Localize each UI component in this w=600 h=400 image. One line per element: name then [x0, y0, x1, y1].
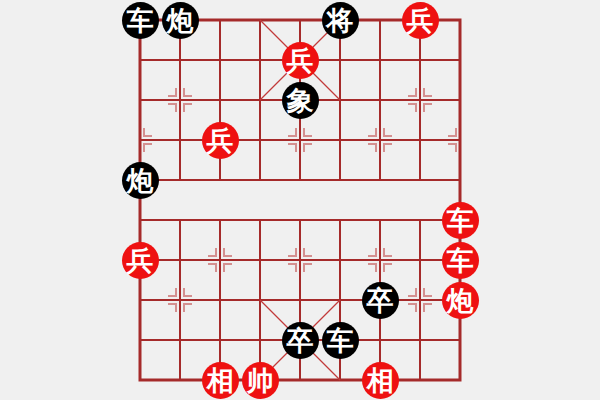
piece-red-general[interactable]: 帅 [242, 362, 279, 399]
piece-red-cannon[interactable]: 炮 [442, 282, 479, 319]
piece-black-elephant[interactable]: 象 [282, 82, 319, 119]
xiangqi-board: 车炮将兵兵象兵炮车兵车卒炮卒车相帅相 [0, 0, 600, 400]
piece-black-soldier[interactable]: 卒 [282, 322, 319, 359]
piece-black-cannon[interactable]: 炮 [162, 2, 199, 39]
piece-red-elephant[interactable]: 相 [362, 362, 399, 399]
piece-red-elephant[interactable]: 相 [202, 362, 239, 399]
piece-black-chariot[interactable]: 车 [322, 322, 359, 359]
piece-black-general[interactable]: 将 [322, 2, 359, 39]
piece-red-chariot[interactable]: 车 [442, 242, 479, 279]
piece-red-soldier[interactable]: 兵 [122, 242, 159, 279]
piece-red-chariot[interactable]: 车 [442, 202, 479, 239]
piece-black-soldier[interactable]: 卒 [362, 282, 399, 319]
piece-red-soldier[interactable]: 兵 [202, 122, 239, 159]
piece-black-chariot[interactable]: 车 [122, 2, 159, 39]
piece-black-cannon[interactable]: 炮 [122, 162, 159, 199]
piece-red-soldier[interactable]: 兵 [402, 2, 439, 39]
pieces-layer: 车炮将兵兵象兵炮车兵车卒炮卒车相帅相 [120, 0, 480, 400]
piece-red-soldier[interactable]: 兵 [282, 42, 319, 79]
